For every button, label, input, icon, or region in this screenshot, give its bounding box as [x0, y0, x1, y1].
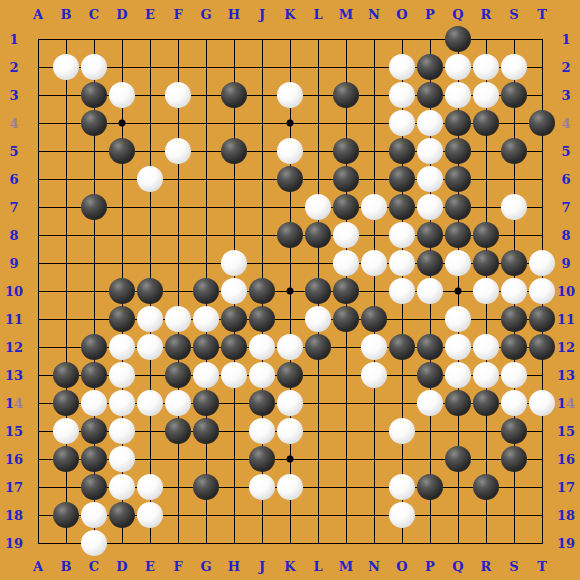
- stone-white[interactable]: [221, 362, 247, 388]
- stone-black[interactable]: [417, 362, 443, 388]
- stone-white[interactable]: [389, 250, 415, 276]
- stone-white[interactable]: [277, 474, 303, 500]
- stone-black[interactable]: [389, 194, 415, 220]
- col-label-top-C: C: [89, 8, 99, 21]
- stone-black[interactable]: [81, 446, 107, 472]
- stone-black[interactable]: [445, 222, 471, 248]
- stone-white[interactable]: [361, 362, 387, 388]
- stone-white[interactable]: [81, 390, 107, 416]
- stone-black[interactable]: [473, 250, 499, 276]
- grid-line-vertical: [374, 39, 375, 544]
- col-label-top-B: B: [61, 8, 72, 21]
- col-label-top-G: G: [200, 8, 211, 21]
- stone-white[interactable]: [53, 54, 79, 80]
- stone-white[interactable]: [137, 502, 163, 528]
- stone-white[interactable]: [473, 82, 499, 108]
- col-label-bottom-R: R: [481, 560, 492, 573]
- row-label-left-7: 7: [9, 201, 18, 214]
- stone-black[interactable]: [333, 166, 359, 192]
- col-label-top-K: K: [284, 8, 295, 21]
- stone-white[interactable]: [501, 278, 527, 304]
- col-label-bottom-B: B: [61, 560, 72, 573]
- row-label-left-14: 14: [5, 397, 23, 410]
- stone-black[interactable]: [501, 446, 527, 472]
- stone-black[interactable]: [81, 362, 107, 388]
- stone-black[interactable]: [501, 418, 527, 444]
- stone-black[interactable]: [501, 306, 527, 332]
- stone-white[interactable]: [445, 82, 471, 108]
- stone-white[interactable]: [249, 474, 275, 500]
- stone-white[interactable]: [501, 390, 527, 416]
- stone-black[interactable]: [165, 362, 191, 388]
- row-label-right-15: 15: [557, 425, 575, 438]
- stone-white[interactable]: [417, 166, 443, 192]
- stone-white[interactable]: [501, 194, 527, 220]
- stone-white[interactable]: [249, 362, 275, 388]
- stone-black[interactable]: [501, 250, 527, 276]
- stone-black[interactable]: [221, 138, 247, 164]
- col-label-top-T: T: [537, 8, 547, 21]
- col-label-bottom-S: S: [509, 560, 518, 573]
- stone-white[interactable]: [221, 278, 247, 304]
- stone-black[interactable]: [473, 474, 499, 500]
- stone-black[interactable]: [109, 502, 135, 528]
- stone-black[interactable]: [473, 390, 499, 416]
- stone-white[interactable]: [389, 222, 415, 248]
- stone-white[interactable]: [529, 250, 555, 276]
- stone-black[interactable]: [333, 82, 359, 108]
- star-point: [119, 120, 126, 127]
- stone-white[interactable]: [529, 278, 555, 304]
- stone-white[interactable]: [277, 390, 303, 416]
- stone-black[interactable]: [445, 26, 471, 52]
- col-label-top-M: M: [339, 8, 353, 21]
- stone-black[interactable]: [193, 278, 219, 304]
- stone-white[interactable]: [81, 530, 107, 556]
- star-point: [287, 456, 294, 463]
- stone-white[interactable]: [473, 334, 499, 360]
- stone-white[interactable]: [445, 334, 471, 360]
- stone-black[interactable]: [361, 306, 387, 332]
- row-label-right-4: 4: [561, 117, 570, 130]
- stone-black[interactable]: [165, 418, 191, 444]
- stone-black[interactable]: [501, 138, 527, 164]
- col-label-bottom-L: L: [313, 560, 322, 573]
- col-label-bottom-T: T: [537, 560, 547, 573]
- col-label-top-S: S: [509, 8, 518, 21]
- col-label-top-L: L: [313, 8, 322, 21]
- stone-white[interactable]: [165, 306, 191, 332]
- stone-black[interactable]: [193, 334, 219, 360]
- stone-white[interactable]: [473, 54, 499, 80]
- go-board-app: AABBCCDDEEFFGGHHJJKKLLMMNNOOPPQQRRSSTT11…: [0, 0, 580, 580]
- stone-white[interactable]: [333, 250, 359, 276]
- stone-black[interactable]: [81, 418, 107, 444]
- stone-white[interactable]: [417, 194, 443, 220]
- stone-black[interactable]: [305, 222, 331, 248]
- stone-white[interactable]: [389, 474, 415, 500]
- row-label-right-5: 5: [561, 145, 570, 158]
- stone-black[interactable]: [445, 194, 471, 220]
- stone-white[interactable]: [109, 390, 135, 416]
- stone-black[interactable]: [277, 222, 303, 248]
- stone-white[interactable]: [277, 334, 303, 360]
- stone-white[interactable]: [305, 194, 331, 220]
- row-label-right-13: 13: [557, 369, 575, 382]
- stone-white[interactable]: [109, 82, 135, 108]
- row-label-left-1: 1: [9, 33, 18, 46]
- stone-black[interactable]: [501, 334, 527, 360]
- stone-white[interactable]: [137, 334, 163, 360]
- row-label-right-12: 12: [557, 341, 575, 354]
- row-label-left-5: 5: [9, 145, 18, 158]
- col-label-top-E: E: [145, 8, 155, 21]
- stone-white[interactable]: [81, 54, 107, 80]
- stone-white[interactable]: [249, 418, 275, 444]
- stone-white[interactable]: [221, 250, 247, 276]
- row-label-left-10: 10: [5, 285, 23, 298]
- stone-black[interactable]: [417, 82, 443, 108]
- stone-black[interactable]: [165, 334, 191, 360]
- stone-white[interactable]: [305, 306, 331, 332]
- stone-white[interactable]: [445, 54, 471, 80]
- row-label-right-14: 14: [557, 397, 575, 410]
- stone-black[interactable]: [193, 474, 219, 500]
- row-label-left-19: 19: [5, 537, 23, 550]
- row-label-right-19: 19: [557, 537, 575, 550]
- row-label-right-7: 7: [561, 201, 570, 214]
- col-label-bottom-C: C: [89, 560, 99, 573]
- stone-black[interactable]: [305, 278, 331, 304]
- stone-white[interactable]: [389, 278, 415, 304]
- col-label-bottom-A: A: [33, 560, 43, 573]
- stone-white[interactable]: [137, 390, 163, 416]
- row-label-left-3: 3: [9, 89, 18, 102]
- row-label-left-12: 12: [5, 341, 23, 354]
- stone-black[interactable]: [417, 334, 443, 360]
- stone-white[interactable]: [389, 418, 415, 444]
- row-label-right-10: 10: [557, 285, 575, 298]
- stone-black[interactable]: [529, 334, 555, 360]
- stone-black[interactable]: [529, 306, 555, 332]
- stone-white[interactable]: [193, 306, 219, 332]
- stone-black[interactable]: [53, 390, 79, 416]
- stone-white[interactable]: [445, 306, 471, 332]
- star-point: [455, 288, 462, 295]
- stone-white[interactable]: [417, 110, 443, 136]
- stone-black[interactable]: [249, 446, 275, 472]
- stone-black[interactable]: [81, 82, 107, 108]
- stone-white[interactable]: [473, 278, 499, 304]
- stone-black[interactable]: [529, 110, 555, 136]
- stone-black[interactable]: [109, 306, 135, 332]
- stone-white[interactable]: [137, 306, 163, 332]
- row-label-right-16: 16: [557, 453, 575, 466]
- col-label-bottom-H: H: [228, 560, 240, 573]
- col-label-top-Q: Q: [452, 8, 463, 21]
- row-label-left-2: 2: [9, 61, 18, 74]
- row-label-left-17: 17: [5, 481, 23, 494]
- col-label-top-P: P: [425, 8, 435, 21]
- stone-black[interactable]: [389, 166, 415, 192]
- stone-black[interactable]: [417, 474, 443, 500]
- row-label-left-15: 15: [5, 425, 23, 438]
- stone-white[interactable]: [81, 502, 107, 528]
- stone-black[interactable]: [333, 138, 359, 164]
- row-label-left-8: 8: [9, 229, 18, 242]
- col-label-top-O: O: [396, 8, 407, 21]
- stone-white[interactable]: [277, 82, 303, 108]
- stone-black[interactable]: [445, 138, 471, 164]
- stone-white[interactable]: [109, 418, 135, 444]
- row-label-right-17: 17: [557, 481, 575, 494]
- col-label-top-J: J: [259, 8, 265, 21]
- star-point: [287, 120, 294, 127]
- stone-black[interactable]: [193, 418, 219, 444]
- stone-black[interactable]: [53, 362, 79, 388]
- row-label-right-9: 9: [561, 257, 570, 270]
- stone-black[interactable]: [109, 138, 135, 164]
- stone-black[interactable]: [305, 334, 331, 360]
- stone-white[interactable]: [109, 362, 135, 388]
- stone-black[interactable]: [389, 334, 415, 360]
- grid-line-horizontal: [38, 543, 543, 544]
- stone-white[interactable]: [137, 474, 163, 500]
- stone-white[interactable]: [389, 502, 415, 528]
- stone-black[interactable]: [221, 334, 247, 360]
- row-label-right-3: 3: [561, 89, 570, 102]
- stone-white[interactable]: [445, 250, 471, 276]
- col-label-top-N: N: [368, 8, 380, 21]
- stone-white[interactable]: [109, 474, 135, 500]
- row-label-left-18: 18: [5, 509, 23, 522]
- stone-white[interactable]: [165, 390, 191, 416]
- row-label-left-6: 6: [9, 173, 18, 186]
- stone-white[interactable]: [529, 390, 555, 416]
- col-label-top-A: A: [33, 8, 43, 21]
- col-label-bottom-M: M: [339, 560, 353, 573]
- stone-white[interactable]: [389, 110, 415, 136]
- stone-black[interactable]: [221, 82, 247, 108]
- stone-black[interactable]: [221, 306, 247, 332]
- row-label-right-1: 1: [561, 33, 570, 46]
- stone-black[interactable]: [277, 166, 303, 192]
- stone-black[interactable]: [389, 138, 415, 164]
- stone-black[interactable]: [81, 334, 107, 360]
- stone-white[interactable]: [165, 82, 191, 108]
- stone-black[interactable]: [417, 250, 443, 276]
- stone-black[interactable]: [417, 222, 443, 248]
- stone-black[interactable]: [277, 362, 303, 388]
- stone-black[interactable]: [249, 278, 275, 304]
- stone-white[interactable]: [417, 278, 443, 304]
- stone-black[interactable]: [333, 278, 359, 304]
- stone-black[interactable]: [445, 390, 471, 416]
- col-label-top-D: D: [116, 8, 127, 21]
- stone-black[interactable]: [109, 278, 135, 304]
- stone-white[interactable]: [277, 418, 303, 444]
- col-label-top-H: H: [228, 8, 240, 21]
- stone-white[interactable]: [361, 250, 387, 276]
- stone-white[interactable]: [277, 138, 303, 164]
- row-label-left-13: 13: [5, 369, 23, 382]
- row-label-right-6: 6: [561, 173, 570, 186]
- stone-black[interactable]: [81, 474, 107, 500]
- row-label-left-11: 11: [5, 313, 23, 326]
- stone-white[interactable]: [417, 390, 443, 416]
- col-label-bottom-E: E: [145, 560, 155, 573]
- row-label-left-4: 4: [9, 117, 18, 130]
- col-label-top-R: R: [481, 8, 492, 21]
- stone-black[interactable]: [445, 446, 471, 472]
- stone-white[interactable]: [389, 82, 415, 108]
- stone-white[interactable]: [249, 334, 275, 360]
- stone-black[interactable]: [81, 194, 107, 220]
- col-label-bottom-P: P: [425, 560, 435, 573]
- row-label-right-2: 2: [561, 61, 570, 74]
- stone-black[interactable]: [473, 222, 499, 248]
- stone-black[interactable]: [417, 54, 443, 80]
- stone-white[interactable]: [165, 138, 191, 164]
- stone-black[interactable]: [445, 166, 471, 192]
- stone-black[interactable]: [473, 110, 499, 136]
- stone-white[interactable]: [333, 222, 359, 248]
- row-label-right-11: 11: [557, 313, 575, 326]
- stone-black[interactable]: [249, 306, 275, 332]
- stone-white[interactable]: [137, 166, 163, 192]
- stone-black[interactable]: [137, 278, 163, 304]
- stone-white[interactable]: [473, 362, 499, 388]
- row-label-left-9: 9: [9, 257, 18, 270]
- col-label-bottom-G: G: [200, 560, 211, 573]
- stone-black[interactable]: [81, 110, 107, 136]
- stone-white[interactable]: [53, 418, 79, 444]
- stone-white[interactable]: [389, 54, 415, 80]
- row-label-left-16: 16: [5, 453, 23, 466]
- stone-white[interactable]: [109, 334, 135, 360]
- col-label-top-F: F: [173, 8, 182, 21]
- stone-black[interactable]: [333, 306, 359, 332]
- stone-white[interactable]: [501, 362, 527, 388]
- stone-white[interactable]: [501, 54, 527, 80]
- col-label-bottom-Q: Q: [452, 560, 463, 573]
- stone-white[interactable]: [417, 138, 443, 164]
- row-label-right-8: 8: [561, 229, 570, 242]
- stone-black[interactable]: [249, 390, 275, 416]
- col-label-bottom-D: D: [116, 560, 127, 573]
- stone-black[interactable]: [53, 502, 79, 528]
- stone-black[interactable]: [333, 194, 359, 220]
- stone-white[interactable]: [193, 362, 219, 388]
- col-label-bottom-J: J: [259, 560, 265, 573]
- col-label-bottom-F: F: [173, 560, 182, 573]
- col-label-bottom-N: N: [368, 560, 380, 573]
- stone-black[interactable]: [193, 390, 219, 416]
- stone-white[interactable]: [361, 334, 387, 360]
- stone-white[interactable]: [445, 362, 471, 388]
- star-point: [287, 288, 294, 295]
- stone-white[interactable]: [109, 446, 135, 472]
- stone-black[interactable]: [53, 446, 79, 472]
- col-label-bottom-K: K: [284, 560, 295, 573]
- stone-black[interactable]: [501, 82, 527, 108]
- stone-white[interactable]: [361, 194, 387, 220]
- row-label-right-18: 18: [557, 509, 575, 522]
- col-label-bottom-O: O: [396, 560, 407, 573]
- stone-black[interactable]: [445, 110, 471, 136]
